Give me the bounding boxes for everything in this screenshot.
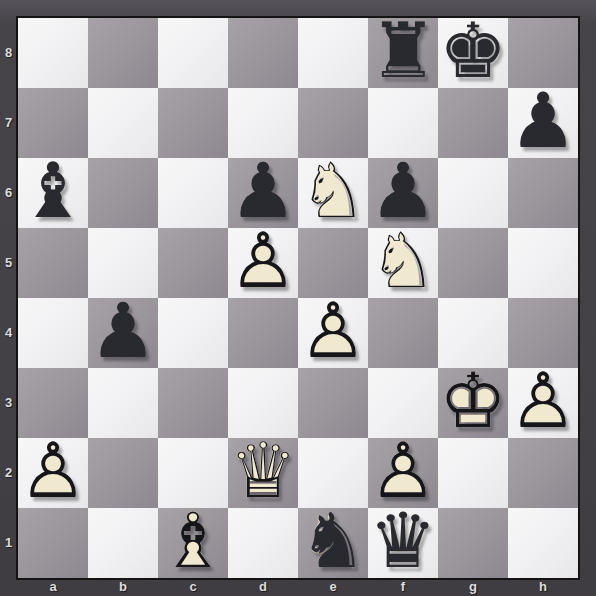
file-label-c: c xyxy=(158,578,228,596)
white-queen-glyph: ♛ xyxy=(228,436,298,506)
white-pawn-glyph: ♙ xyxy=(228,226,298,296)
piece-white-pawn[interactable]: ♟♙ xyxy=(508,368,578,438)
piece-white-pawn[interactable]: ♟♙ xyxy=(298,298,368,368)
rank-label-1: 1 xyxy=(0,508,17,578)
piece-white-queen[interactable]: ♛♕ xyxy=(228,438,298,508)
piece-white-bishop[interactable]: ♝♗ xyxy=(158,508,228,578)
square-e6[interactable]: ♞♘ xyxy=(298,158,368,228)
square-g7[interactable] xyxy=(438,88,508,158)
black-rook-glyph: ♖ xyxy=(368,16,438,86)
square-g8[interactable]: ♔♚ xyxy=(438,18,508,88)
piece-white-knight[interactable]: ♞♘ xyxy=(368,228,438,298)
black-rook-glyph: ♜ xyxy=(368,16,438,86)
square-d4[interactable] xyxy=(228,298,298,368)
rank-label-8: 8 xyxy=(0,18,17,88)
square-e2[interactable] xyxy=(298,438,368,508)
file-label-b: b xyxy=(88,578,158,596)
white-pawn-glyph: ♟ xyxy=(508,366,578,436)
square-b4[interactable]: ♙♟ xyxy=(88,298,158,368)
square-g3[interactable]: ♚♔ xyxy=(438,368,508,438)
square-d7[interactable] xyxy=(228,88,298,158)
square-f7[interactable] xyxy=(368,88,438,158)
black-queen-glyph: ♛ xyxy=(368,506,438,576)
square-d1[interactable] xyxy=(228,508,298,578)
square-c4[interactable] xyxy=(158,298,228,368)
piece-black-bishop[interactable]: ♗♝ xyxy=(18,158,88,228)
white-knight-glyph: ♞ xyxy=(298,156,368,226)
square-a2[interactable]: ♟♙ xyxy=(18,438,88,508)
black-pawn-glyph: ♟ xyxy=(368,156,438,226)
piece-black-king[interactable]: ♔♚ xyxy=(438,18,508,88)
square-b8[interactable] xyxy=(88,18,158,88)
square-c5[interactable] xyxy=(158,228,228,298)
square-h4[interactable] xyxy=(508,298,578,368)
piece-black-queen[interactable]: ♕♛ xyxy=(368,508,438,578)
white-king-glyph: ♚ xyxy=(438,366,508,436)
square-c8[interactable] xyxy=(158,18,228,88)
piece-black-rook[interactable]: ♖♜ xyxy=(368,18,438,88)
file-label-d: d xyxy=(228,578,298,596)
white-bishop-glyph: ♗ xyxy=(158,506,228,576)
square-a5[interactable] xyxy=(18,228,88,298)
black-knight-glyph: ♞ xyxy=(298,506,368,576)
rank-label-3: 3 xyxy=(0,368,17,438)
square-f1[interactable]: ♕♛ xyxy=(368,508,438,578)
chess-board-frame: ♖♜♔♚♙♟♗♝♙♟♞♘♙♟♟♙♞♘♙♟♟♙♚♔♟♙♟♙♛♕♟♙♝♗♘♞♕♛ 8… xyxy=(0,0,596,596)
square-d6[interactable]: ♙♟ xyxy=(228,158,298,228)
piece-black-pawn[interactable]: ♙♟ xyxy=(228,158,298,228)
white-pawn-glyph: ♟ xyxy=(298,296,368,366)
square-b5[interactable] xyxy=(88,228,158,298)
square-f6[interactable]: ♙♟ xyxy=(368,158,438,228)
square-b7[interactable] xyxy=(88,88,158,158)
piece-black-pawn[interactable]: ♙♟ xyxy=(508,88,578,158)
square-f2[interactable]: ♟♙ xyxy=(368,438,438,508)
black-pawn-glyph: ♟ xyxy=(228,156,298,226)
square-c1[interactable]: ♝♗ xyxy=(158,508,228,578)
piece-white-knight[interactable]: ♞♘ xyxy=(298,158,368,228)
square-a4[interactable] xyxy=(18,298,88,368)
square-g1[interactable] xyxy=(438,508,508,578)
white-pawn-glyph: ♙ xyxy=(18,436,88,506)
square-d5[interactable]: ♟♙ xyxy=(228,228,298,298)
square-e3[interactable] xyxy=(298,368,368,438)
black-knight-glyph: ♘ xyxy=(298,506,368,576)
square-a3[interactable] xyxy=(18,368,88,438)
square-f8[interactable]: ♖♜ xyxy=(368,18,438,88)
black-bishop-glyph: ♗ xyxy=(18,156,88,226)
square-g2[interactable] xyxy=(438,438,508,508)
square-h7[interactable]: ♙♟ xyxy=(508,88,578,158)
white-bishop-glyph: ♝ xyxy=(158,506,228,576)
square-h3[interactable]: ♟♙ xyxy=(508,368,578,438)
black-pawn-glyph: ♙ xyxy=(88,296,158,366)
square-a1[interactable] xyxy=(18,508,88,578)
file-label-g: g xyxy=(438,578,508,596)
file-label-e: e xyxy=(298,578,368,596)
square-c2[interactable] xyxy=(158,438,228,508)
rank-label-2: 2 xyxy=(0,438,17,508)
white-knight-glyph: ♘ xyxy=(368,226,438,296)
white-knight-glyph: ♘ xyxy=(298,156,368,226)
white-pawn-glyph: ♙ xyxy=(298,296,368,366)
square-e4[interactable]: ♟♙ xyxy=(298,298,368,368)
black-pawn-glyph: ♟ xyxy=(88,296,158,366)
square-f4[interactable] xyxy=(368,298,438,368)
black-king-glyph: ♚ xyxy=(438,16,508,86)
white-king-glyph: ♔ xyxy=(438,366,508,436)
piece-white-pawn[interactable]: ♟♙ xyxy=(228,228,298,298)
rank-label-4: 4 xyxy=(0,298,17,368)
square-h5[interactable] xyxy=(508,228,578,298)
black-pawn-glyph: ♟ xyxy=(508,86,578,156)
square-e1[interactable]: ♘♞ xyxy=(298,508,368,578)
white-pawn-glyph: ♙ xyxy=(368,436,438,506)
piece-black-pawn[interactable]: ♙♟ xyxy=(88,298,158,368)
white-pawn-glyph: ♙ xyxy=(508,366,578,436)
black-queen-glyph: ♕ xyxy=(368,506,438,576)
white-pawn-glyph: ♟ xyxy=(18,436,88,506)
square-e7[interactable] xyxy=(298,88,368,158)
black-king-glyph: ♔ xyxy=(438,16,508,86)
square-a8[interactable] xyxy=(18,18,88,88)
black-bishop-glyph: ♝ xyxy=(18,156,88,226)
square-g5[interactable] xyxy=(438,228,508,298)
square-b3[interactable] xyxy=(88,368,158,438)
square-a6[interactable]: ♗♝ xyxy=(18,158,88,228)
square-b2[interactable] xyxy=(88,438,158,508)
file-label-h: h xyxy=(508,578,578,596)
chess-board: ♖♜♔♚♙♟♗♝♙♟♞♘♙♟♟♙♞♘♙♟♟♙♚♔♟♙♟♙♛♕♟♙♝♗♘♞♕♛ xyxy=(18,18,578,578)
white-pawn-glyph: ♟ xyxy=(228,226,298,296)
piece-black-knight[interactable]: ♘♞ xyxy=(298,508,368,578)
square-c6[interactable] xyxy=(158,158,228,228)
square-d2[interactable]: ♛♕ xyxy=(228,438,298,508)
file-label-a: a xyxy=(18,578,88,596)
square-f5[interactable]: ♞♘ xyxy=(368,228,438,298)
square-a7[interactable] xyxy=(18,88,88,158)
square-h6[interactable] xyxy=(508,158,578,228)
square-e8[interactable] xyxy=(298,18,368,88)
square-h8[interactable] xyxy=(508,18,578,88)
rank-label-5: 5 xyxy=(0,228,17,298)
square-c7[interactable] xyxy=(158,88,228,158)
piece-white-king[interactable]: ♚♔ xyxy=(438,368,508,438)
white-knight-glyph: ♞ xyxy=(368,226,438,296)
square-b1[interactable] xyxy=(88,508,158,578)
square-c3[interactable] xyxy=(158,368,228,438)
white-pawn-glyph: ♟ xyxy=(368,436,438,506)
black-pawn-glyph: ♙ xyxy=(368,156,438,226)
square-h1[interactable] xyxy=(508,508,578,578)
black-pawn-glyph: ♙ xyxy=(228,156,298,226)
piece-black-pawn[interactable]: ♙♟ xyxy=(368,158,438,228)
piece-white-pawn[interactable]: ♟♙ xyxy=(18,438,88,508)
square-e5[interactable] xyxy=(298,228,368,298)
square-h2[interactable] xyxy=(508,438,578,508)
square-d3[interactable] xyxy=(228,368,298,438)
rank-label-6: 6 xyxy=(0,158,17,228)
rank-label-7: 7 xyxy=(0,88,17,158)
black-pawn-glyph: ♙ xyxy=(508,86,578,156)
file-label-f: f xyxy=(368,578,438,596)
square-b6[interactable] xyxy=(88,158,158,228)
white-queen-glyph: ♕ xyxy=(228,436,298,506)
piece-white-pawn[interactable]: ♟♙ xyxy=(368,438,438,508)
square-f3[interactable] xyxy=(368,368,438,438)
square-d8[interactable] xyxy=(228,18,298,88)
square-g4[interactable] xyxy=(438,298,508,368)
square-g6[interactable] xyxy=(438,158,508,228)
